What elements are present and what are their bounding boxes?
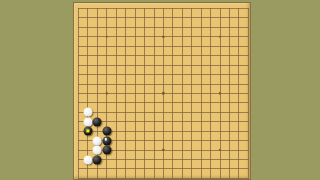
grid-line-vertical <box>238 8 239 179</box>
black-stone <box>93 117 102 126</box>
grid-line-vertical <box>248 8 249 179</box>
grid-line-horizontal <box>78 121 249 122</box>
grid-line-horizontal <box>78 178 249 179</box>
go-board[interactable] <box>73 2 251 180</box>
black-stone <box>102 146 111 155</box>
black-stone <box>102 127 111 136</box>
last-move-marker <box>86 130 89 133</box>
grid-line-horizontal <box>78 159 249 160</box>
grid-line-vertical <box>229 8 230 179</box>
black-stone <box>93 155 102 164</box>
grid-line-vertical <box>210 8 211 179</box>
grid-line-vertical <box>182 8 183 179</box>
white-stone <box>93 146 102 155</box>
grid-line-horizontal <box>78 112 249 113</box>
black-stone <box>102 136 111 145</box>
grid-line-vertical <box>201 8 202 179</box>
grid-line-vertical <box>191 8 192 179</box>
white-stone <box>83 155 92 164</box>
grid-line-vertical <box>172 8 173 179</box>
go-app-window <box>0 0 320 180</box>
white-stone <box>83 108 92 117</box>
grid-line-horizontal <box>78 102 249 103</box>
white-stone <box>93 136 102 145</box>
grid-line-horizontal <box>78 168 249 169</box>
white-stone <box>83 117 92 126</box>
